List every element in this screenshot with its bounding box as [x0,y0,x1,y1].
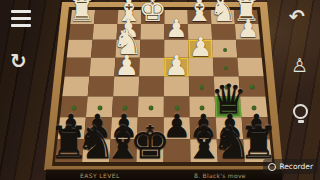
level-label: EASY LEVEL [80,172,120,179]
piece-bK-e8[interactable]: ♚ [130,120,170,165]
piece-wP-d4[interactable]: ♟ [164,52,189,79]
recorder-watermark: Recorder [263,159,318,174]
rotate-board-icon[interactable]: ↻ [10,49,27,73]
legal-move-dot-a5[interactable] [250,85,255,90]
hint-bulb-icon[interactable] [293,104,308,123]
piece-wP-d2[interactable]: ♟ [165,18,187,43]
legal-move-dot-e6[interactable] [149,105,154,110]
status-bar: EASY LEVEL 8. Black's move [46,169,282,180]
app-screen: ♜♝♚♝♞♜♟♟♟♞♟♟♟♛♟♟♟♟♟♟♟♜♞♝♚♝♞♜ ↻ ↶ ♙ EASY … [0,0,320,180]
piece-bR-a8[interactable]: ♜ [238,120,278,165]
chess-board[interactable]: ♜♝♚♝♞♜♟♟♟♞♟♟♟♛♟♟♟♟♟♟♟♜♞♝♚♝♞♜ [0,0,320,180]
recorder-logo-icon [268,163,276,171]
undo-icon[interactable]: ↶ [289,5,305,27]
piece-wP-c3[interactable]: ♟ [189,34,212,60]
legal-move-dot-b3[interactable] [223,48,227,52]
menu-icon[interactable] [11,10,31,31]
move-status-label: 8. Black's move [194,172,246,179]
recorder-label: Recorder [279,162,313,171]
piece-wR-h1[interactable]: ♜ [68,0,96,26]
piece-wP-a2[interactable]: ♟ [237,18,259,43]
piece-wP-f4[interactable]: ♟ [114,52,139,79]
piece-set-icon[interactable]: ♙ [291,54,308,76]
legal-move-dot-c5[interactable] [199,85,204,90]
